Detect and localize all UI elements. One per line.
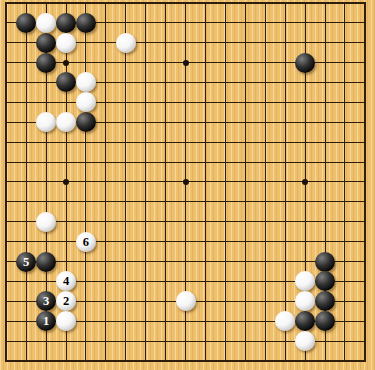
stone-black-qq[interactable] bbox=[315, 311, 335, 331]
stone-white-dp[interactable]: 2 bbox=[56, 291, 76, 311]
stone-white-dg[interactable] bbox=[56, 112, 76, 132]
grid-line-h-19 bbox=[5, 360, 366, 362]
stone-black-de[interactable] bbox=[56, 72, 76, 92]
stone-black-bb[interactable] bbox=[16, 13, 36, 33]
grid-line-h-12 bbox=[5, 221, 366, 222]
stone-black-eb[interactable] bbox=[76, 13, 96, 33]
stone-black-cd[interactable] bbox=[36, 53, 56, 73]
stone-black-pq[interactable] bbox=[295, 311, 315, 331]
star-point bbox=[183, 60, 189, 66]
grid-line-v-14 bbox=[265, 2, 266, 362]
stone-white-gc[interactable] bbox=[116, 33, 136, 53]
stone-white-jp[interactable] bbox=[176, 291, 196, 311]
star-point bbox=[63, 179, 69, 185]
grid-line-h-13 bbox=[5, 241, 366, 242]
stone-black-qn[interactable] bbox=[315, 252, 335, 272]
move-number-label: 1 bbox=[43, 311, 49, 331]
stone-black-eg[interactable] bbox=[76, 112, 96, 132]
grid-line-v-15 bbox=[285, 2, 286, 362]
move-number-label: 5 bbox=[23, 252, 29, 272]
stone-black-cp[interactable]: 3 bbox=[36, 291, 56, 311]
grid-line-h-14 bbox=[5, 261, 366, 262]
grid-line-v-13 bbox=[245, 2, 246, 362]
grid-line-v-19 bbox=[364, 2, 366, 362]
stone-white-cg[interactable] bbox=[36, 112, 56, 132]
stone-white-cl[interactable] bbox=[36, 212, 56, 232]
stone-white-oq[interactable] bbox=[275, 311, 295, 331]
stone-white-pp[interactable] bbox=[295, 291, 315, 311]
stone-white-po[interactable] bbox=[295, 271, 315, 291]
star-point bbox=[63, 60, 69, 66]
stone-black-cq[interactable]: 1 bbox=[36, 311, 56, 331]
stone-black-qp[interactable] bbox=[315, 291, 335, 311]
stone-white-cb[interactable] bbox=[36, 13, 56, 33]
stone-white-pr[interactable] bbox=[295, 331, 315, 351]
stone-black-qo[interactable] bbox=[315, 271, 335, 291]
move-number-label: 3 bbox=[43, 291, 49, 311]
grid-line-v-12 bbox=[225, 2, 226, 362]
move-number-label: 4 bbox=[63, 271, 69, 291]
grid-line-v-11 bbox=[205, 2, 206, 362]
stone-white-dc[interactable] bbox=[56, 33, 76, 53]
go-board[interactable]: 531642 bbox=[0, 0, 375, 370]
stone-white-ef[interactable] bbox=[76, 92, 96, 112]
stone-black-cn[interactable] bbox=[36, 252, 56, 272]
stone-black-bn[interactable]: 5 bbox=[16, 252, 36, 272]
move-number-label: 6 bbox=[83, 232, 89, 252]
stone-white-dq[interactable] bbox=[56, 311, 76, 331]
stone-black-db[interactable] bbox=[56, 13, 76, 33]
move-number-label: 2 bbox=[63, 291, 69, 311]
stone-black-cc[interactable] bbox=[36, 33, 56, 53]
star-point bbox=[183, 179, 189, 185]
grid-line-h-11 bbox=[5, 201, 366, 202]
stone-white-do[interactable]: 4 bbox=[56, 271, 76, 291]
stone-black-pd[interactable] bbox=[295, 53, 315, 73]
stone-white-ee[interactable] bbox=[76, 72, 96, 92]
star-point bbox=[302, 179, 308, 185]
grid-line-v-18 bbox=[344, 2, 345, 362]
stone-white-em[interactable]: 6 bbox=[76, 232, 96, 252]
